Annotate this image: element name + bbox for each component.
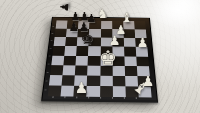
- square-g4[interactable]: [124, 56, 137, 66]
- square-g6[interactable]: [124, 38, 136, 47]
- square-g3[interactable]: [125, 66, 138, 76]
- square-h8[interactable]: [134, 21, 146, 29]
- square-e2[interactable]: [100, 75, 113, 86]
- square-f2[interactable]: [112, 76, 125, 87]
- square-f1[interactable]: [112, 86, 125, 97]
- square-c3[interactable]: [75, 65, 88, 75]
- square-a4[interactable]: [51, 55, 64, 65]
- square-a6[interactable]: [54, 37, 67, 46]
- square-b1[interactable]: [61, 86, 75, 97]
- square-b3[interactable]: [63, 65, 76, 75]
- frame-coordinate-marks-bottom: [52, 96, 146, 99]
- square-b6[interactable]: [65, 37, 77, 46]
- square-c4[interactable]: [76, 56, 89, 66]
- piece-e3-white-king[interactable]: ♚: [98, 48, 118, 68]
- square-a7[interactable]: [55, 29, 67, 38]
- square-a3[interactable]: [50, 65, 63, 75]
- piece-h5-white-pawn[interactable]: ♟: [136, 36, 149, 49]
- square-a1[interactable]: [48, 85, 62, 96]
- captured-piece-black-pawn[interactable]: ♟: [59, 1, 71, 13]
- square-b5[interactable]: [64, 46, 77, 55]
- square-a5[interactable]: [52, 46, 65, 55]
- square-e8[interactable]: [101, 21, 112, 29]
- square-e1[interactable]: [100, 86, 113, 97]
- piece-c5-black-king[interactable]: ♚: [80, 32, 95, 47]
- piece-e8-white-knight[interactable]: ♞: [96, 7, 109, 20]
- piece-c1-white-pawn[interactable]: ♟: [74, 81, 89, 96]
- square-a2[interactable]: [49, 75, 63, 86]
- piece-h2-white-pawn[interactable]: ♟: [141, 74, 155, 88]
- square-h4[interactable]: [136, 56, 149, 66]
- square-b4[interactable]: [64, 55, 77, 65]
- chess-photo-scene: ♞♝♟♟♟♟♟♚♟♟♟♚♟♝♟♟: [0, 0, 200, 113]
- square-g5[interactable]: [124, 47, 136, 56]
- square-a8[interactable]: [56, 20, 68, 28]
